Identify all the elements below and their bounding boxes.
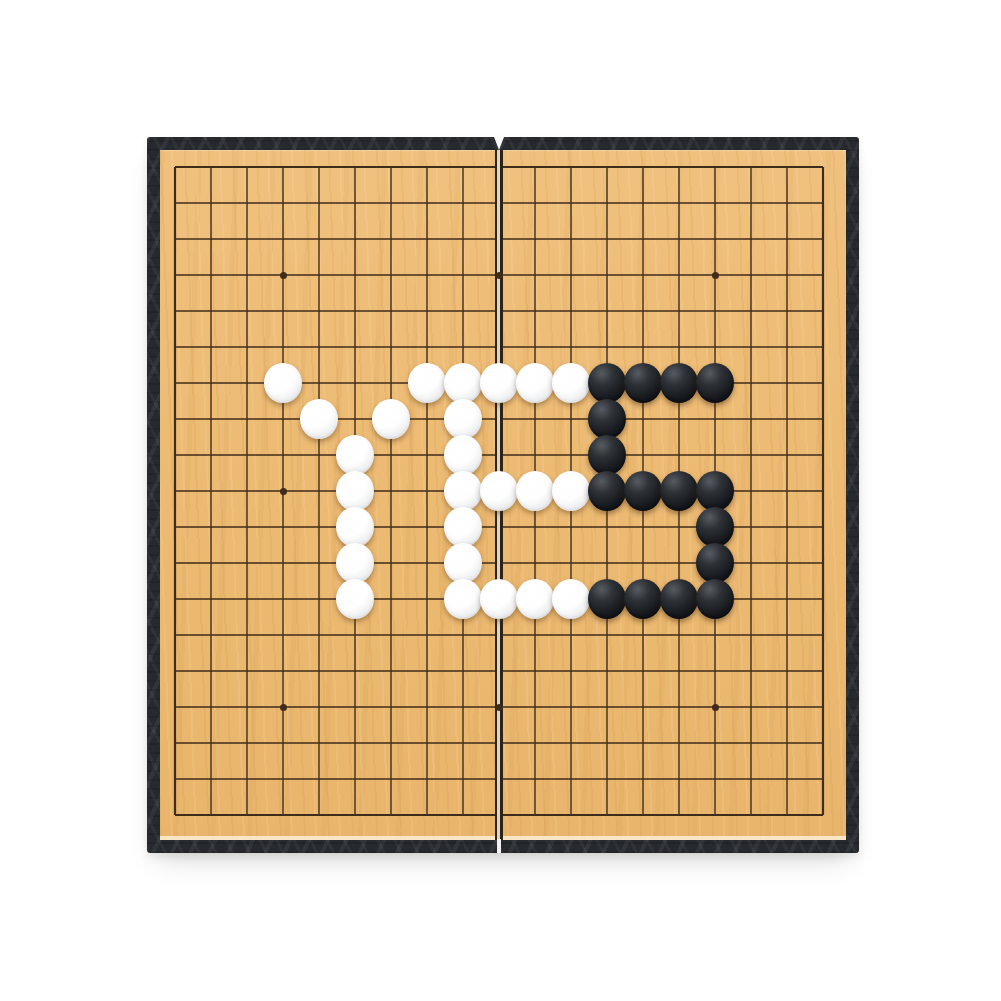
go-stone-black[interactable] xyxy=(696,363,734,403)
go-board xyxy=(147,137,859,853)
go-stone-white[interactable] xyxy=(444,543,482,583)
go-stone-black[interactable] xyxy=(696,507,734,547)
go-stone-black[interactable] xyxy=(696,471,734,511)
go-stone-white[interactable] xyxy=(480,363,518,403)
go-stone-black[interactable] xyxy=(588,435,626,475)
go-stone-black[interactable] xyxy=(624,363,662,403)
go-stone-white[interactable] xyxy=(480,579,518,619)
go-stone-black[interactable] xyxy=(660,363,698,403)
go-stone-black[interactable] xyxy=(624,579,662,619)
go-stone-black[interactable] xyxy=(588,363,626,403)
go-stone-black[interactable] xyxy=(588,471,626,511)
go-stone-white[interactable] xyxy=(336,435,374,475)
go-stone-white[interactable] xyxy=(516,471,554,511)
go-stone-white[interactable] xyxy=(552,471,590,511)
go-stone-white[interactable] xyxy=(552,579,590,619)
go-stone-white[interactable] xyxy=(444,399,482,439)
go-stone-black[interactable] xyxy=(624,471,662,511)
go-stone-white[interactable] xyxy=(300,399,338,439)
go-stone-black[interactable] xyxy=(696,579,734,619)
go-stone-white[interactable] xyxy=(516,363,554,403)
go-stone-black[interactable] xyxy=(660,471,698,511)
go-stone-white[interactable] xyxy=(336,579,374,619)
go-stone-black[interactable] xyxy=(660,579,698,619)
go-stone-white[interactable] xyxy=(444,363,482,403)
go-stone-white[interactable] xyxy=(516,579,554,619)
go-stone-white[interactable] xyxy=(480,471,518,511)
go-stone-black[interactable] xyxy=(588,399,626,439)
go-stone-white[interactable] xyxy=(336,543,374,583)
go-stone-white[interactable] xyxy=(552,363,590,403)
go-board-grid[interactable] xyxy=(173,165,825,817)
go-stone-white[interactable] xyxy=(444,471,482,511)
go-stone-white[interactable] xyxy=(408,363,446,403)
go-stone-white[interactable] xyxy=(444,435,482,475)
go-stone-white[interactable] xyxy=(444,507,482,547)
stones-layer xyxy=(173,165,825,817)
go-stone-white[interactable] xyxy=(444,579,482,619)
page-background xyxy=(0,0,1001,1001)
go-stone-white[interactable] xyxy=(336,507,374,547)
go-stone-white[interactable] xyxy=(336,471,374,511)
go-stone-black[interactable] xyxy=(588,579,626,619)
go-stone-white[interactable] xyxy=(372,399,410,439)
go-stone-white[interactable] xyxy=(264,363,302,403)
fold-notch-top xyxy=(494,137,504,150)
fold-notch-bottom xyxy=(497,839,501,853)
go-stone-black[interactable] xyxy=(696,543,734,583)
